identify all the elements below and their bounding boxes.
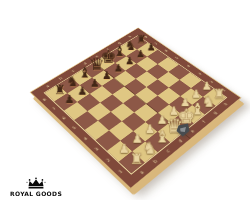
black-knight: ♞ [125,39,136,52]
latch-icon [176,123,190,137]
board-tilt: abcdefgh abcdefgh 87654321 87654321 ♜♞♝♛… [30,27,242,189]
product-photo: abcdefgh abcdefgh 87654321 87654321 ♜♞♝♛… [0,0,250,200]
white-pawn: ♟ [119,143,130,155]
white-pawn: ♟ [191,89,201,100]
brand-logo: ROYAL GOODS [8,177,64,197]
chess-set: abcdefgh abcdefgh 87654321 87654321 ♜♞♝♛… [60,20,210,170]
white-pawn: ♟ [132,133,143,145]
black-pawn: ♟ [136,49,145,59]
white-pawn: ♟ [202,81,212,92]
black-pawn: ♟ [125,56,134,66]
white-knight: ♞ [143,140,157,156]
black-pawn: ♟ [102,70,112,81]
black-pawn: ♟ [65,94,75,105]
black-rook: ♜ [136,34,146,46]
black-pawn: ♟ [114,63,123,74]
white-rook: ♜ [130,151,143,166]
black-pawn: ♟ [147,42,156,52]
chess-board: abcdefgh abcdefgh 87654321 87654321 ♜♞♝♛… [30,27,242,189]
crown-icon [26,177,46,189]
white-pawn: ♟ [145,123,156,135]
board-grid: ♜♞♝♛♚♝♞♜♟♟♟♟♟♟♟♟♟♟♟♟♟♟♟♟♜♞♝♛♚♝♞♜ [44,35,228,174]
brand-name: ROYAL GOODS [8,190,64,197]
black-pawn: ♟ [90,78,100,89]
black-pawn: ♟ [77,86,87,97]
